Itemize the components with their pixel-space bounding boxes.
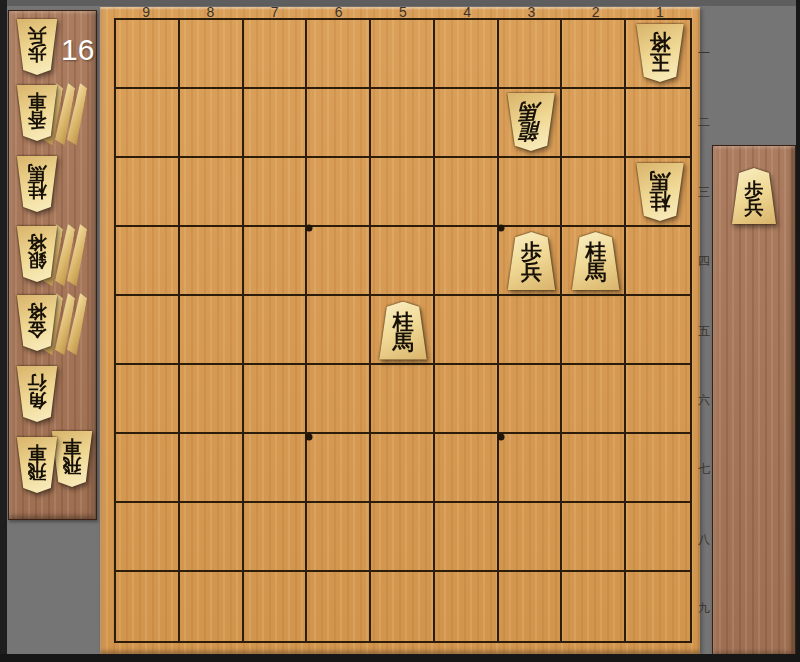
square-6七[interactable] — [307, 434, 371, 503]
rank-label-2: 二 — [698, 114, 710, 131]
rank-label-9: 九 — [698, 600, 710, 617]
square-8五[interactable] — [180, 296, 244, 365]
piece-kanji: 桂馬 — [28, 164, 47, 200]
piece-body: 銀将 — [14, 226, 60, 282]
rank-label-5: 五 — [698, 322, 710, 339]
square-1九[interactable] — [626, 572, 690, 641]
square-2六[interactable] — [562, 365, 626, 434]
file-label-6: 6 — [335, 6, 343, 18]
rank-label-6: 六 — [698, 391, 710, 408]
square-5七[interactable] — [371, 434, 435, 503]
square-8七[interactable] — [180, 434, 244, 503]
square-6二[interactable] — [307, 89, 371, 158]
file-label-9: 9 — [142, 6, 150, 18]
file-label-8: 8 — [206, 6, 214, 18]
square-3六[interactable] — [499, 365, 563, 434]
square-7三[interactable] — [244, 158, 308, 227]
window-edge-right — [796, 0, 800, 662]
square-9二[interactable] — [116, 89, 180, 158]
square-7七[interactable] — [244, 434, 308, 503]
square-3三[interactable] — [499, 158, 563, 227]
square-9七[interactable] — [116, 434, 180, 503]
square-8一[interactable] — [180, 20, 244, 89]
pawn-count-label: 16 — [61, 33, 94, 67]
square-1四[interactable] — [626, 227, 690, 296]
piece-body: 香車 — [14, 85, 60, 141]
square-9五[interactable] — [116, 296, 180, 365]
square-7六[interactable] — [244, 365, 308, 434]
hoshi-dot — [305, 225, 312, 232]
square-5二[interactable] — [371, 89, 435, 158]
piece-body: 飛車 — [14, 437, 60, 493]
square-7八[interactable] — [244, 503, 308, 572]
square-7二[interactable] — [244, 89, 308, 158]
sente-piece-歩兵-3四[interactable]: 歩兵 — [504, 232, 558, 290]
piece-body: 角行 — [14, 366, 60, 422]
gote-piece-桂馬-1三[interactable]: 桂馬 — [633, 163, 687, 221]
gote-piece-飛車[interactable]: 飛車 — [14, 437, 60, 493]
window-edge-bottom — [0, 654, 800, 662]
piece-body: 歩兵 — [14, 19, 60, 75]
square-4七[interactable] — [435, 434, 499, 503]
file-label-7: 7 — [271, 6, 279, 18]
piece-body: 金将 — [14, 295, 60, 351]
square-1五[interactable] — [626, 296, 690, 365]
square-3九[interactable] — [499, 572, 563, 641]
square-5四[interactable] — [371, 227, 435, 296]
square-2五[interactable] — [562, 296, 626, 365]
piece-body: 桂馬 — [633, 163, 687, 221]
sente-piece-桂馬-5五[interactable]: 桂馬 — [376, 302, 430, 360]
piece-kanji: 角行 — [28, 374, 47, 410]
square-6九[interactable] — [307, 572, 371, 641]
gote-piece-銀将[interactable]: 銀将 — [14, 226, 60, 282]
gote-piece-歩兵[interactable]: 歩兵 — [14, 19, 60, 75]
file-label-4: 4 — [463, 6, 471, 18]
gote-piece-角行[interactable]: 角行 — [14, 366, 60, 422]
square-6八[interactable] — [307, 503, 371, 572]
square-3八[interactable] — [499, 503, 563, 572]
piece-body: 桂馬 — [569, 232, 623, 290]
square-5八[interactable] — [371, 503, 435, 572]
piece-kanji: 飛車 — [28, 445, 47, 481]
square-2二[interactable] — [562, 89, 626, 158]
square-5九[interactable] — [371, 572, 435, 641]
square-3七[interactable] — [499, 434, 563, 503]
piece-kanji: 桂馬 — [649, 170, 670, 210]
shogi-board: 987654321 一二三四五六七八九 玉将龍馬桂馬歩兵桂馬桂馬 — [100, 7, 700, 654]
square-4六[interactable] — [435, 365, 499, 434]
file-label-1: 1 — [656, 6, 664, 18]
square-1六[interactable] — [626, 365, 690, 434]
piece-body: 歩兵 — [729, 168, 779, 224]
square-4四[interactable] — [435, 227, 499, 296]
square-4五[interactable] — [435, 296, 499, 365]
rank-label-4: 四 — [698, 253, 710, 270]
square-8三[interactable] — [180, 158, 244, 227]
piece-body: 桂馬 — [376, 302, 430, 360]
gote-piece-香車[interactable]: 香車 — [14, 85, 60, 141]
square-8九[interactable] — [180, 572, 244, 641]
square-2三[interactable] — [562, 158, 626, 227]
hoshi-dot — [498, 433, 505, 440]
sente-hand-tray: 歩兵 — [712, 145, 796, 657]
piece-body: 桂馬 — [14, 156, 60, 212]
app-background: 16 歩兵香車桂馬銀将金将角行飛車飛車 987654321 一二三四五六七八九 … — [0, 0, 800, 662]
square-6四[interactable] — [307, 227, 371, 296]
square-1七[interactable] — [626, 434, 690, 503]
piece-kanji: 飛車 — [63, 439, 82, 475]
square-9一[interactable] — [116, 20, 180, 89]
gote-piece-玉将-1一[interactable]: 玉将 — [633, 24, 687, 82]
square-2九[interactable] — [562, 572, 626, 641]
piece-kanji: 香車 — [28, 93, 47, 129]
window-edge-left — [0, 0, 7, 662]
gote-piece-龍馬-3二[interactable]: 龍馬 — [504, 93, 558, 151]
piece-kanji: 銀将 — [28, 234, 47, 270]
square-4九[interactable] — [435, 572, 499, 641]
piece-kanji: 金将 — [28, 303, 47, 339]
square-7四[interactable] — [244, 227, 308, 296]
square-5六[interactable] — [371, 365, 435, 434]
square-9三[interactable] — [116, 158, 180, 227]
gote-hand-tray: 16 歩兵香車桂馬銀将金将角行飛車飛車 — [8, 10, 97, 520]
piece-kanji: 龍馬 — [521, 100, 542, 141]
square-7九[interactable] — [244, 572, 308, 641]
hoshi-dot — [498, 225, 505, 232]
square-3五[interactable] — [499, 296, 563, 365]
square-8八[interactable] — [180, 503, 244, 572]
square-6三[interactable] — [307, 158, 371, 227]
square-2七[interactable] — [562, 434, 626, 503]
file-label-5: 5 — [399, 6, 407, 18]
square-1二[interactable] — [626, 89, 690, 158]
rank-label-7: 七 — [698, 461, 710, 478]
square-4一[interactable] — [435, 20, 499, 89]
rank-label-3: 三 — [698, 183, 710, 200]
square-4八[interactable] — [435, 503, 499, 572]
square-6五[interactable] — [307, 296, 371, 365]
piece-kanji: 歩兵 — [521, 243, 542, 283]
piece-body: 玉将 — [633, 24, 687, 82]
square-4二[interactable] — [435, 89, 499, 158]
square-8二[interactable] — [180, 89, 244, 158]
square-6六[interactable] — [307, 365, 371, 434]
square-7五[interactable] — [244, 296, 308, 365]
piece-kanji: 歩兵 — [745, 180, 764, 216]
sente-piece-桂馬-2四[interactable]: 桂馬 — [569, 232, 623, 290]
piece-body: 龍馬 — [504, 93, 558, 151]
square-8四[interactable] — [180, 227, 244, 296]
piece-kanji: 歩兵 — [28, 27, 47, 63]
square-9六[interactable] — [116, 365, 180, 434]
square-4三[interactable] — [435, 158, 499, 227]
square-8六[interactable] — [180, 365, 244, 434]
square-2八[interactable] — [562, 503, 626, 572]
rank-label-1: 一 — [698, 44, 710, 61]
gote-piece-金将[interactable]: 金将 — [14, 295, 60, 351]
square-5一[interactable] — [371, 20, 435, 89]
square-1八[interactable] — [626, 503, 690, 572]
piece-kanji: 玉将 — [649, 31, 670, 71]
square-9九[interactable] — [116, 572, 180, 641]
hoshi-dot — [305, 433, 312, 440]
rank-label-8: 八 — [698, 530, 710, 547]
sente-piece-歩兵[interactable]: 歩兵 — [729, 168, 779, 224]
file-label-2: 2 — [592, 6, 600, 18]
square-2一[interactable] — [562, 20, 626, 89]
piece-kanji: 桂馬 — [585, 243, 606, 283]
square-6一[interactable] — [307, 20, 371, 89]
square-7一[interactable] — [244, 20, 308, 89]
square-5三[interactable] — [371, 158, 435, 227]
file-label-3: 3 — [528, 6, 536, 18]
piece-kanji: 桂馬 — [393, 313, 414, 353]
square-9四[interactable] — [116, 227, 180, 296]
square-9八[interactable] — [116, 503, 180, 572]
piece-body: 歩兵 — [504, 232, 558, 290]
square-3一[interactable] — [499, 20, 563, 89]
gote-piece-桂馬[interactable]: 桂馬 — [14, 156, 60, 212]
